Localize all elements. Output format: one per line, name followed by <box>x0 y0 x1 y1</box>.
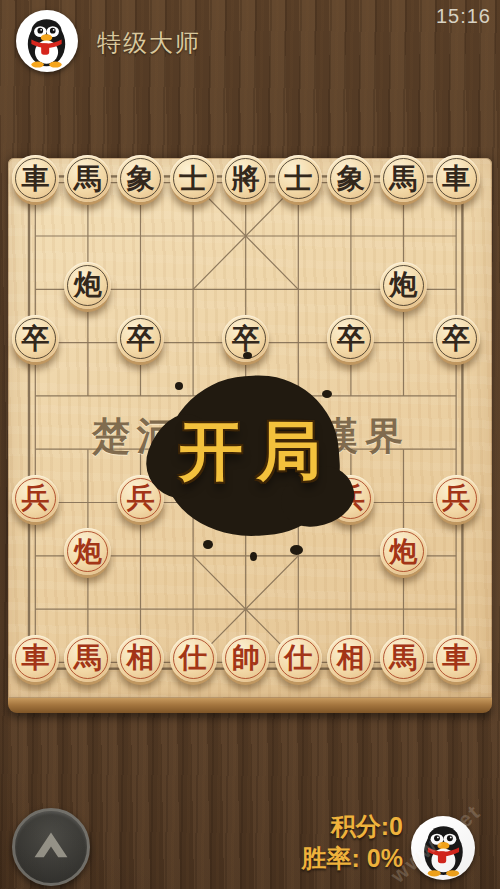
piece-glyph: 相 <box>126 644 154 672</box>
player-avatar <box>16 10 78 72</box>
black-elephant[interactable]: 象 <box>327 155 374 202</box>
board-intersection[interactable]: 兵 <box>9 476 62 529</box>
back-button[interactable] <box>12 808 90 886</box>
piece-glyph: 卒 <box>232 325 260 353</box>
piece-glyph: 兵 <box>21 484 49 512</box>
board-intersection[interactable]: 炮 <box>377 529 430 582</box>
board-intersection[interactable]: 卒 <box>325 316 378 369</box>
xiangqi-app-screen: 15:16 特级大师 <box>0 0 500 889</box>
player-stats: 积分:0 胜率: 0% <box>302 810 403 874</box>
black-horse[interactable]: 馬 <box>380 155 427 202</box>
board-intersection[interactable]: 相 <box>325 636 378 689</box>
red-chariot[interactable]: 車 <box>12 635 59 682</box>
board-intersection[interactable]: 馬 <box>62 636 115 689</box>
black-soldier[interactable]: 卒 <box>222 315 269 362</box>
piece-glyph: 炮 <box>74 271 102 299</box>
black-advisor[interactable]: 士 <box>170 155 217 202</box>
piece-glyph: 兵 <box>442 484 470 512</box>
red-soldier[interactable]: 兵 <box>222 475 269 522</box>
piece-glyph: 兵 <box>126 484 154 512</box>
black-soldier[interactable]: 卒 <box>327 315 374 362</box>
piece-glyph: 炮 <box>389 538 417 566</box>
black-chariot[interactable]: 車 <box>12 155 59 202</box>
board-intersection[interactable]: 卒 <box>9 316 62 369</box>
red-soldier[interactable]: 兵 <box>12 475 59 522</box>
piece-glyph: 卒 <box>21 325 49 353</box>
red-advisor[interactable]: 仕 <box>275 635 322 682</box>
river-label-right: 漢界 <box>310 411 420 462</box>
piece-glyph: 車 <box>442 644 470 672</box>
river-label-left: 楚河 <box>82 411 192 462</box>
red-horse[interactable]: 馬 <box>380 635 427 682</box>
black-soldier[interactable]: 卒 <box>433 315 480 362</box>
clock-time: 15:16 <box>436 5 491 28</box>
board-intersection[interactable]: 將 <box>219 156 272 209</box>
piece-glyph: 卒 <box>337 325 365 353</box>
black-horse[interactable]: 馬 <box>64 155 111 202</box>
piece-glyph: 炮 <box>389 271 417 299</box>
win-rate-text: 胜率: 0% <box>302 842 403 874</box>
piece-glyph: 卒 <box>126 325 154 353</box>
player-rank-title: 特级大师 <box>97 27 201 59</box>
up-arrow-icon <box>15 811 87 883</box>
black-chariot[interactable]: 車 <box>433 155 480 202</box>
piece-glyph: 相 <box>337 644 365 672</box>
piece-glyph: 馬 <box>389 165 417 193</box>
board-intersection[interactable]: 卒 <box>219 316 272 369</box>
red-elephant[interactable]: 相 <box>327 635 374 682</box>
piece-glyph: 仕 <box>284 644 312 672</box>
piece-glyph: 車 <box>442 165 470 193</box>
piece-glyph: 馬 <box>74 644 102 672</box>
board-intersection[interactable]: 馬 <box>377 156 430 209</box>
board-intersection[interactable]: 相 <box>114 636 167 689</box>
red-soldier[interactable]: 兵 <box>117 475 164 522</box>
red-general[interactable]: 帥 <box>222 635 269 682</box>
board-intersection[interactable]: 車 <box>9 156 62 209</box>
red-elephant[interactable]: 相 <box>117 635 164 682</box>
board-intersection[interactable]: 帥 <box>219 636 272 689</box>
board-intersection[interactable]: 炮 <box>62 263 115 316</box>
board-intersection[interactable]: 卒 <box>114 316 167 369</box>
board-intersection[interactable]: 兵 <box>114 476 167 529</box>
black-advisor[interactable]: 士 <box>275 155 322 202</box>
piece-glyph: 車 <box>21 165 49 193</box>
board-intersection[interactable]: 仕 <box>272 636 325 689</box>
board-intersection[interactable]: 兵 <box>430 476 483 529</box>
black-cannon[interactable]: 炮 <box>64 262 111 309</box>
board-intersection[interactable]: 馬 <box>377 636 430 689</box>
piece-glyph: 士 <box>179 165 207 193</box>
board-intersection[interactable]: 車 <box>430 156 483 209</box>
red-cannon[interactable]: 炮 <box>64 528 111 575</box>
board-intersection[interactable]: 車 <box>430 636 483 689</box>
red-horse[interactable]: 馬 <box>64 635 111 682</box>
red-cannon[interactable]: 炮 <box>380 528 427 575</box>
board-intersection[interactable]: 士 <box>167 156 220 209</box>
piece-glyph: 象 <box>126 165 154 193</box>
piece-glyph: 象 <box>337 165 365 193</box>
black-cannon[interactable]: 炮 <box>380 262 427 309</box>
black-soldier[interactable]: 卒 <box>12 315 59 362</box>
board-intersection[interactable]: 馬 <box>62 156 115 209</box>
board-intersection[interactable]: 仕 <box>167 636 220 689</box>
piece-glyph: 馬 <box>74 165 102 193</box>
board-intersection[interactable]: 兵 <box>219 476 272 529</box>
piece-glyph: 仕 <box>179 644 207 672</box>
board-edge-bevel <box>8 698 492 713</box>
board-intersection[interactable]: 象 <box>325 156 378 209</box>
black-elephant[interactable]: 象 <box>117 155 164 202</box>
qq-penguin-icon <box>18 12 75 69</box>
piece-glyph: 帥 <box>232 644 260 672</box>
board-intersection[interactable]: 象 <box>114 156 167 209</box>
score-text: 积分:0 <box>302 810 403 842</box>
piece-glyph: 車 <box>21 644 49 672</box>
piece-glyph: 炮 <box>74 538 102 566</box>
piece-glyph: 將 <box>232 165 260 193</box>
red-chariot[interactable]: 車 <box>433 635 480 682</box>
board-intersection[interactable]: 炮 <box>62 529 115 582</box>
piece-glyph: 兵 <box>232 484 260 512</box>
piece-glyph: 兵 <box>337 484 365 512</box>
board-intersection[interactable]: 炮 <box>377 263 430 316</box>
board-intersection[interactable]: 士 <box>272 156 325 209</box>
black-general[interactable]: 將 <box>222 155 269 202</box>
red-soldier[interactable]: 兵 <box>433 475 480 522</box>
board-intersection[interactable]: 兵 <box>325 476 378 529</box>
board-intersection[interactable]: 車 <box>9 636 62 689</box>
red-soldier[interactable]: 兵 <box>327 475 374 522</box>
black-soldier[interactable]: 卒 <box>117 315 164 362</box>
qq-penguin-icon <box>414 819 473 878</box>
piece-glyph: 士 <box>284 165 312 193</box>
board-intersection[interactable]: 卒 <box>430 316 483 369</box>
opponent-avatar <box>411 816 475 880</box>
piece-glyph: 卒 <box>442 325 470 353</box>
piece-glyph: 馬 <box>389 644 417 672</box>
red-advisor[interactable]: 仕 <box>170 635 217 682</box>
